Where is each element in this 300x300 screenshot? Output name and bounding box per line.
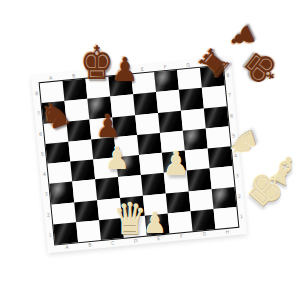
square-a1 xyxy=(53,222,78,244)
coord-label: 5 xyxy=(39,146,45,163)
square-e7 xyxy=(133,92,158,114)
piece-light-pawn-f4: ♟ xyxy=(163,147,190,180)
coord-label: F xyxy=(172,233,191,240)
coord-label: G xyxy=(195,231,214,238)
square-g2 xyxy=(189,189,214,211)
square-a2 xyxy=(51,202,76,224)
square-h2 xyxy=(212,186,237,208)
coord-label: H xyxy=(218,229,237,236)
square-b1 xyxy=(76,220,101,242)
square-f8 xyxy=(154,70,179,92)
piece-dark-pawn-standing-1: ♟ xyxy=(112,53,139,86)
coord-label: A xyxy=(41,75,60,82)
coord-label: 6 xyxy=(37,126,43,143)
square-h3 xyxy=(210,166,235,188)
piece-light-pawn-e1: ♟ xyxy=(143,209,166,238)
coord-label: 6 xyxy=(228,107,234,124)
piece-dark-king-standing: ♚ xyxy=(80,40,114,86)
square-a5 xyxy=(45,141,70,163)
square-f2 xyxy=(166,191,191,213)
square-b5 xyxy=(68,139,93,161)
coord-label: 4 xyxy=(41,166,47,183)
square-b2 xyxy=(74,200,99,222)
square-a3 xyxy=(49,182,74,204)
square-g1 xyxy=(191,209,216,231)
square-f6 xyxy=(158,110,183,132)
square-f1 xyxy=(168,211,193,233)
square-e6 xyxy=(135,112,160,134)
square-e4 xyxy=(139,153,164,175)
coord-label: F xyxy=(156,64,175,71)
square-b3 xyxy=(72,180,97,202)
coord-label: 1 xyxy=(47,226,53,243)
square-e5 xyxy=(137,133,162,155)
square-b4 xyxy=(70,159,95,181)
coord-label: 3 xyxy=(234,168,240,185)
square-a4 xyxy=(47,162,72,184)
square-g7 xyxy=(179,88,204,110)
square-g6 xyxy=(181,108,206,130)
square-h6 xyxy=(204,106,229,128)
coord-label: A xyxy=(58,244,77,251)
square-g3 xyxy=(187,169,212,191)
coord-label: B xyxy=(81,242,100,249)
coord-label: 2 xyxy=(45,206,51,223)
square-g8 xyxy=(177,68,202,90)
coord-label: 3 xyxy=(43,186,49,203)
product-photo-chess-set: ABCDEFGH ABCDEFGH 87654321 87654321 ♚♟♞♟… xyxy=(0,0,300,300)
coord-label: 1 xyxy=(238,208,244,225)
coord-label: 7 xyxy=(227,87,233,104)
piece-light-queen-d1: ♛ xyxy=(113,197,147,241)
square-h7 xyxy=(202,86,227,108)
square-h1 xyxy=(214,207,239,229)
piece-light-pawn-d5: ♟ xyxy=(104,143,129,174)
piece-dark-pawn-standing-2: ♟ xyxy=(95,111,120,142)
square-f7 xyxy=(156,90,181,112)
